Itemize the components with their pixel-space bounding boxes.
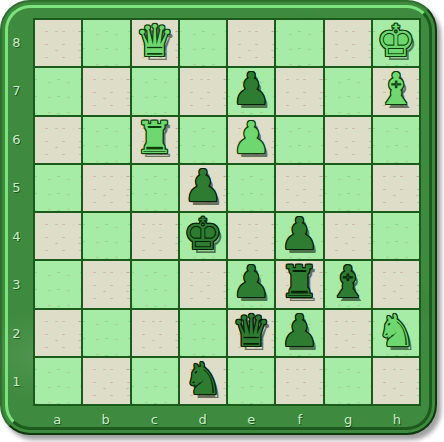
- square-f4[interactable]: ♟: [276, 213, 322, 259]
- piece-white-king-h8[interactable]: ♚: [376, 19, 415, 63]
- square-h8[interactable]: ♚: [373, 20, 419, 66]
- square-d4[interactable]: ♚: [180, 213, 226, 259]
- rank-label-7: 7: [0, 67, 33, 116]
- square-b2[interactable]: [83, 310, 129, 356]
- file-label-e: e: [227, 404, 276, 434]
- square-f2[interactable]: ♟: [276, 310, 322, 356]
- square-g5[interactable]: [325, 165, 371, 211]
- file-label-b: b: [82, 404, 131, 434]
- square-b8[interactable]: [83, 20, 129, 66]
- square-b5[interactable]: [83, 165, 129, 211]
- piece-black-pawn-e7[interactable]: ♟: [231, 67, 270, 111]
- piece-black-pawn-f4[interactable]: ♟: [280, 212, 319, 256]
- piece-white-pawn-e6[interactable]: ♟: [231, 116, 270, 160]
- square-c8[interactable]: ♛: [132, 20, 178, 66]
- square-d1[interactable]: ♞: [180, 358, 226, 404]
- square-h3[interactable]: [373, 261, 419, 307]
- square-a8[interactable]: [35, 20, 81, 66]
- square-b6[interactable]: [83, 117, 129, 163]
- piece-white-bishop-h7[interactable]: ♝: [376, 67, 415, 111]
- square-g6[interactable]: [325, 117, 371, 163]
- square-f3[interactable]: ♜: [276, 261, 322, 307]
- square-g3[interactable]: ♝: [325, 261, 371, 307]
- rank-label-3: 3: [0, 261, 33, 310]
- square-f5[interactable]: [276, 165, 322, 211]
- square-a6[interactable]: [35, 117, 81, 163]
- square-e7[interactable]: ♟: [228, 68, 274, 114]
- square-g1[interactable]: [325, 358, 371, 404]
- square-h5[interactable]: [373, 165, 419, 211]
- square-d3[interactable]: [180, 261, 226, 307]
- square-b3[interactable]: [83, 261, 129, 307]
- square-h2[interactable]: ♞: [373, 310, 419, 356]
- file-label-f: f: [276, 404, 325, 434]
- rank-label-8: 8: [0, 18, 33, 67]
- square-a2[interactable]: [35, 310, 81, 356]
- rank-label-2: 2: [0, 309, 33, 358]
- piece-black-pawn-e3[interactable]: ♟: [231, 260, 270, 304]
- square-a4[interactable]: [35, 213, 81, 259]
- piece-black-knight-d1[interactable]: ♞: [183, 357, 222, 401]
- square-a3[interactable]: [35, 261, 81, 307]
- square-c4[interactable]: [132, 213, 178, 259]
- square-c5[interactable]: [132, 165, 178, 211]
- square-d6[interactable]: [180, 117, 226, 163]
- square-b7[interactable]: [83, 68, 129, 114]
- square-d5[interactable]: ♟: [180, 165, 226, 211]
- square-c3[interactable]: [132, 261, 178, 307]
- square-h6[interactable]: [373, 117, 419, 163]
- square-c2[interactable]: [132, 310, 178, 356]
- square-a1[interactable]: [35, 358, 81, 404]
- rank-label-4: 4: [0, 212, 33, 261]
- rank-label-5: 5: [0, 164, 33, 213]
- square-e2[interactable]: ♛: [228, 310, 274, 356]
- file-label-a: a: [33, 404, 82, 434]
- board-grid: ♛♚♟♝♜♟♟♚♟♟♜♝♛♟♞♞: [33, 18, 421, 406]
- file-labels: abcdefgh: [33, 404, 421, 434]
- square-a7[interactable]: [35, 68, 81, 114]
- square-f7[interactable]: [276, 68, 322, 114]
- rank-labels: 87654321: [0, 18, 33, 406]
- square-h7[interactable]: ♝: [373, 68, 419, 114]
- piece-black-rook-f3[interactable]: ♜: [280, 260, 319, 304]
- square-e4[interactable]: [228, 213, 274, 259]
- piece-black-bishop-g3[interactable]: ♝: [328, 260, 367, 304]
- square-g4[interactable]: [325, 213, 371, 259]
- square-c7[interactable]: [132, 68, 178, 114]
- square-e6[interactable]: ♟: [228, 117, 274, 163]
- square-a5[interactable]: [35, 165, 81, 211]
- square-e5[interactable]: [228, 165, 274, 211]
- file-label-g: g: [324, 404, 373, 434]
- piece-white-knight-h2[interactable]: ♞: [376, 309, 415, 353]
- file-label-d: d: [179, 404, 228, 434]
- square-b1[interactable]: [83, 358, 129, 404]
- square-d8[interactable]: [180, 20, 226, 66]
- square-g7[interactable]: [325, 68, 371, 114]
- square-c1[interactable]: [132, 358, 178, 404]
- rank-label-6: 6: [0, 115, 33, 164]
- square-b4[interactable]: [83, 213, 129, 259]
- square-g8[interactable]: [325, 20, 371, 66]
- piece-white-rook-c6[interactable]: ♜: [135, 116, 174, 160]
- piece-black-queen-e2[interactable]: ♛: [231, 309, 270, 353]
- piece-black-pawn-f2[interactable]: ♟: [280, 309, 319, 353]
- file-label-h: h: [373, 404, 422, 434]
- piece-black-pawn-d5[interactable]: ♟: [183, 164, 222, 208]
- square-h4[interactable]: [373, 213, 419, 259]
- square-d2[interactable]: [180, 310, 226, 356]
- chess-app-window: 87654321 abcdefgh ♛♚♟♝♜♟♟♚♟♟♜♝♛♟♞♞: [0, 0, 444, 442]
- square-e8[interactable]: [228, 20, 274, 66]
- square-f1[interactable]: [276, 358, 322, 404]
- rank-label-1: 1: [0, 358, 33, 407]
- square-f6[interactable]: [276, 117, 322, 163]
- square-d7[interactable]: [180, 68, 226, 114]
- piece-black-king-d4[interactable]: ♚: [183, 212, 222, 256]
- file-label-c: c: [130, 404, 179, 434]
- square-g2[interactable]: [325, 310, 371, 356]
- square-e3[interactable]: ♟: [228, 261, 274, 307]
- piece-white-queen-c8[interactable]: ♛: [135, 19, 174, 63]
- square-c6[interactable]: ♜: [132, 117, 178, 163]
- square-f8[interactable]: [276, 20, 322, 66]
- square-h1[interactable]: [373, 358, 419, 404]
- square-e1[interactable]: [228, 358, 274, 404]
